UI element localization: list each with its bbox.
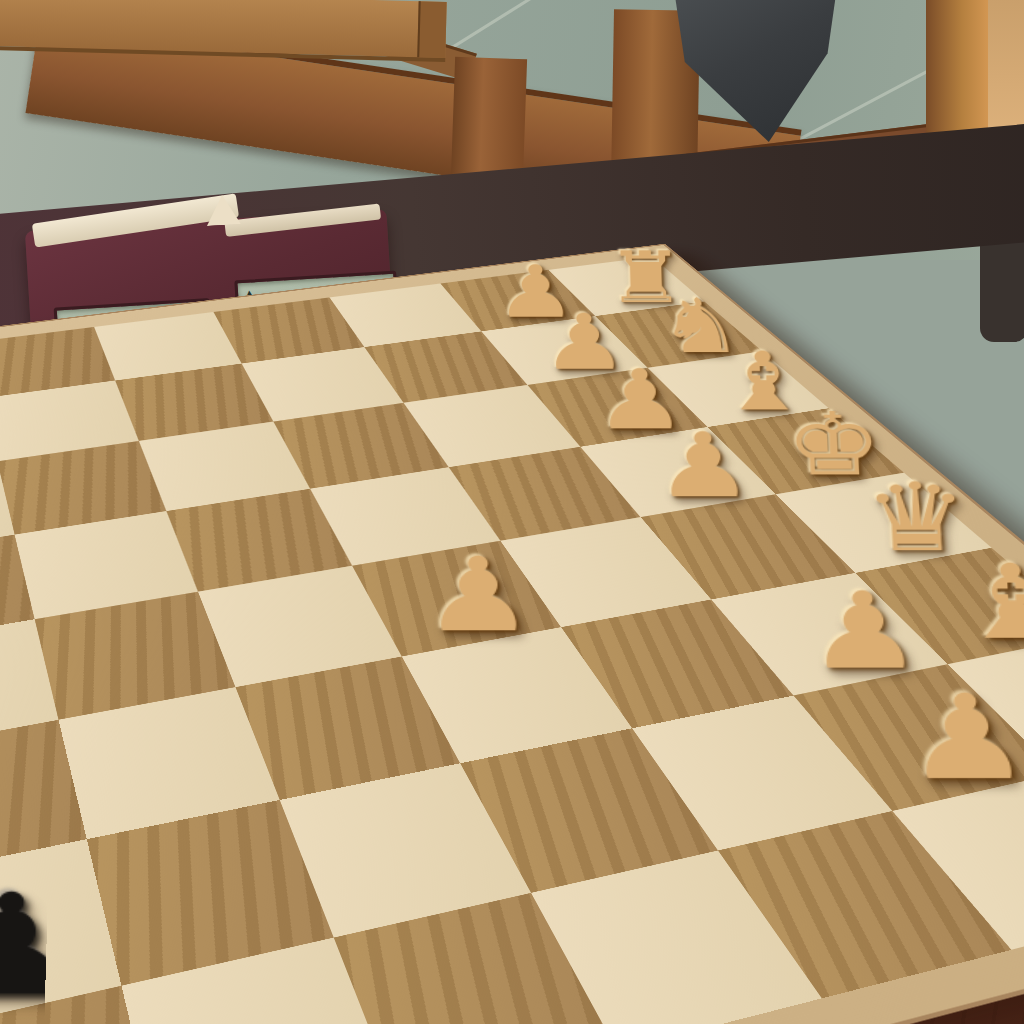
- black-pawn-c7[interactable]: ♟: [0, 744, 55, 862]
- board-wood-margin: ♜♟♟♜♞♟♟♞♝♟♟♝♚♟♟♚♛♟♟♛♝♟♟♝♞♟♟♞♜♟♟♜: [0, 245, 1024, 1024]
- black-pawn-b7[interactable]: ♟: [0, 879, 86, 1012]
- black-pawn-d7[interactable]: ♟: [0, 632, 29, 738]
- white-pawn-e2[interactable]: ♟: [653, 424, 754, 509]
- white-pawn-a2[interactable]: ♟: [1018, 804, 1024, 928]
- chess-board: ♜♟♟♜♞♟♟♞♝♟♟♝♚♟♟♚♛♟♟♛♝♟♟♝♞♟♟♞♜♟♟♜: [0, 245, 1024, 1024]
- white-pawn-c2[interactable]: ♟: [804, 581, 924, 682]
- plank-end-grain: [417, 1, 446, 58]
- square-f6[interactable]: [0, 441, 166, 534]
- photo-scene: BLANCAS ............ NEGRAS ............…: [0, 0, 1024, 1024]
- white-bishop-c1[interactable]: ♝: [954, 554, 1024, 652]
- board-squares-grid: ♜♟♟♜♞♟♟♞♝♟♟♝♚♟♟♚♛♟♟♛♝♟♟♝♞♟♟♞♜♟♟♜: [0, 257, 1024, 1024]
- white-pawn-b2[interactable]: ♟: [901, 682, 1024, 793]
- white-pawn-d4[interactable]: ♟: [422, 546, 535, 643]
